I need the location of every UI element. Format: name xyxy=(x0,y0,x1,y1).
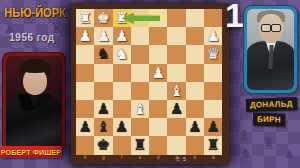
square-f7: ♟ xyxy=(113,118,131,136)
square-d6 xyxy=(149,100,167,118)
square-c5: ♝ xyxy=(167,82,185,100)
square-c8 xyxy=(167,136,185,154)
square-h6 xyxy=(76,100,94,118)
chess-board-frame: ♜♚♜♟♟♟♟♞♞♛♟♝♟♝♟♟♝♟♟♟♚♜♜ hgfedcba xyxy=(71,3,229,164)
square-b8 xyxy=(186,136,204,154)
piece-black-pawn: ♟ xyxy=(186,118,204,136)
square-a1 xyxy=(204,9,222,27)
square-f2: ♟ xyxy=(113,27,131,45)
watermark: ⠿ 5 xyxy=(176,156,187,162)
square-a4 xyxy=(204,64,222,82)
file-label-g: g xyxy=(94,155,112,161)
square-d4: ♟ xyxy=(149,64,167,82)
square-b2 xyxy=(186,27,204,45)
square-b7: ♟ xyxy=(186,118,204,136)
square-h1: ♜ xyxy=(76,9,94,27)
piece-black-pawn: ♟ xyxy=(167,100,185,118)
piece-white-queen: ♛ xyxy=(204,45,222,63)
file-label-d: d xyxy=(149,155,167,161)
square-b5 xyxy=(186,82,204,100)
square-g7: ♝ xyxy=(94,118,112,136)
square-f6 xyxy=(113,100,131,118)
byrne-glasses xyxy=(261,24,281,30)
square-c6: ♟ xyxy=(167,100,185,118)
square-h8 xyxy=(76,136,94,154)
piece-white-pawn: ♟ xyxy=(149,64,167,82)
square-a5 xyxy=(204,82,222,100)
square-d8 xyxy=(149,136,167,154)
square-f1: ♜ xyxy=(113,9,131,27)
square-h5 xyxy=(76,82,94,100)
byrne-photo xyxy=(247,9,294,90)
video-thumbnail: ♜♟♞♝♜♟♞♟ НЬЮ-ЙОРК 1956 год РОБЕРТ ФИШЕР … xyxy=(0,0,300,168)
square-a6 xyxy=(204,100,222,118)
square-b6 xyxy=(186,100,204,118)
file-label-b: b xyxy=(186,155,204,161)
square-e5 xyxy=(131,82,149,100)
chess-board: ♜♚♜♟♟♟♟♞♞♛♟♝♟♝♟♟♝♟♟♟♚♜♜ xyxy=(76,9,222,155)
square-b1 xyxy=(186,9,204,27)
square-g4 xyxy=(94,64,112,82)
piece-black-pawn: ♟ xyxy=(94,100,112,118)
square-b4 xyxy=(186,64,204,82)
file-coordinates: hgfedcba xyxy=(76,155,222,161)
square-f8 xyxy=(113,136,131,154)
piece-white-rook: ♜ xyxy=(76,9,94,27)
background-piece-silhouette: ♟ xyxy=(284,148,295,160)
byrne-name-banner-line1: ДОНАЛЬД xyxy=(246,97,297,112)
piece-black-knight: ♞ xyxy=(94,45,112,63)
square-f4 xyxy=(113,64,131,82)
piece-white-knight: ♞ xyxy=(113,45,131,63)
square-e8: ♜ xyxy=(131,136,149,154)
piece-white-king: ♚ xyxy=(94,9,112,27)
square-g1: ♚ xyxy=(94,9,112,27)
fischer-name-label: РОБЕРТ ФИШЕР xyxy=(1,149,61,156)
square-c4 xyxy=(167,64,185,82)
square-c2 xyxy=(167,27,185,45)
episode-number: 1 xyxy=(225,0,245,35)
fischer-photo xyxy=(6,56,62,148)
square-c1 xyxy=(167,9,185,27)
square-f3: ♞ xyxy=(113,45,131,63)
square-a2: ♟ xyxy=(204,27,222,45)
byrne-name-banner-line2: БИРН xyxy=(253,113,285,127)
square-a3: ♛ xyxy=(204,45,222,63)
square-a7: ♟ xyxy=(204,118,222,136)
event-year-label: 1956 год xyxy=(0,32,64,43)
square-d2 xyxy=(149,27,167,45)
file-label-e: e xyxy=(131,155,149,161)
file-label-f: f xyxy=(113,155,131,161)
piece-black-rook: ♜ xyxy=(204,136,222,154)
square-g8: ♚ xyxy=(94,136,112,154)
byrne-photo-frame xyxy=(244,6,297,93)
piece-white-pawn: ♟ xyxy=(204,27,222,45)
piece-black-pawn: ♟ xyxy=(113,118,131,136)
square-e3 xyxy=(131,45,149,63)
piece-white-bishop: ♝ xyxy=(131,100,149,118)
background-piece-silhouette: ♜ xyxy=(262,136,275,151)
square-h4 xyxy=(76,64,94,82)
square-c7 xyxy=(167,118,185,136)
square-g2: ♟ xyxy=(94,27,112,45)
square-d3 xyxy=(149,45,167,63)
piece-white-bishop: ♝ xyxy=(167,82,185,100)
piece-white-pawn: ♟ xyxy=(94,27,112,45)
square-a8: ♜ xyxy=(204,136,222,154)
square-d1 xyxy=(149,9,167,27)
square-g6: ♟ xyxy=(94,100,112,118)
fischer-name-banner: РОБЕРТ ФИШЕР xyxy=(0,146,62,158)
square-d7 xyxy=(149,118,167,136)
square-e2 xyxy=(131,27,149,45)
square-d5 xyxy=(149,82,167,100)
square-e6: ♝ xyxy=(131,100,149,118)
square-h2: ♟ xyxy=(76,27,94,45)
piece-white-pawn: ♟ xyxy=(113,27,131,45)
piece-black-pawn: ♟ xyxy=(204,118,222,136)
piece-black-rook: ♜ xyxy=(131,136,149,154)
square-g5 xyxy=(94,82,112,100)
square-h3 xyxy=(76,45,94,63)
file-label-h: h xyxy=(76,155,94,161)
square-e7 xyxy=(131,118,149,136)
event-location-title: НЬЮ-ЙОРК xyxy=(4,5,66,19)
background-piece-silhouette: ♞ xyxy=(240,146,252,159)
piece-black-bishop: ♝ xyxy=(94,118,112,136)
file-label-a: a xyxy=(204,155,222,161)
square-e1 xyxy=(131,9,149,27)
piece-black-pawn: ♟ xyxy=(76,118,94,136)
square-f5 xyxy=(113,82,131,100)
fischer-jacket xyxy=(6,92,62,148)
piece-white-pawn: ♟ xyxy=(76,27,94,45)
piece-white-rook: ♜ xyxy=(113,9,131,27)
square-e4 xyxy=(131,64,149,82)
fischer-fringe xyxy=(21,64,49,73)
fischer-photo-frame xyxy=(3,53,65,151)
square-h7: ♟ xyxy=(76,118,94,136)
square-b3 xyxy=(186,45,204,63)
piece-black-king: ♚ xyxy=(94,136,112,154)
background-piece-silhouette: ♝ xyxy=(238,128,251,142)
square-g3: ♞ xyxy=(94,45,112,63)
square-c3 xyxy=(167,45,185,63)
